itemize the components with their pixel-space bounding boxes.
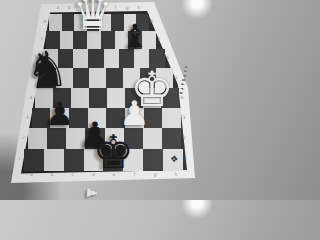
square-a7 (46, 31, 60, 50)
square-g1 (143, 149, 163, 171)
square-h3 (162, 108, 181, 129)
square-f6 (119, 49, 134, 69)
rank-label-right-7: 7 (157, 38, 160, 43)
square-f1 (123, 149, 143, 171)
rank-label-left-4: 4 (29, 96, 32, 101)
square-g6 (134, 49, 149, 69)
square-h4 (161, 88, 179, 109)
file-label-top-e: e (103, 6, 106, 11)
square-h8 (136, 14, 148, 32)
file-label-top-c: c (80, 6, 82, 11)
rank-label-right-2: 2 (183, 136, 186, 141)
rank-row-5 (39, 68, 173, 89)
file-label-top-h: h (137, 6, 140, 11)
square-b7 (60, 31, 74, 50)
square-c1 (64, 149, 84, 171)
file-label-bottom-d: d (92, 173, 95, 178)
square-d8 (87, 14, 99, 32)
square-a5 (39, 68, 56, 89)
square-d1 (84, 149, 104, 171)
square-g5 (140, 68, 157, 89)
rank-label-left-8: 8 (43, 20, 46, 25)
square-d6 (88, 49, 103, 69)
square-b4 (53, 88, 71, 109)
rank-row-3 (32, 108, 181, 129)
square-e7 (101, 31, 115, 50)
square-e4 (107, 88, 125, 109)
square-b5 (56, 68, 73, 89)
square-f8 (111, 14, 123, 32)
file-label-bottom-h: h (174, 173, 177, 178)
square-h2 (162, 128, 181, 150)
square-g4 (143, 88, 161, 109)
file-label-bottom-b: b (51, 173, 54, 178)
file-label-top-d: d (91, 6, 94, 11)
square-b2 (47, 128, 66, 150)
file-label-top-a: a (57, 6, 60, 11)
rank-label-right-6: 6 (166, 56, 169, 61)
square-e3 (106, 108, 125, 129)
rank-label-right-1: 1 (184, 157, 187, 162)
square-a6 (43, 49, 58, 69)
square-f2 (124, 128, 143, 150)
rank-label-left-3: 3 (26, 116, 29, 121)
square-g2 (143, 128, 162, 150)
rank-label-right-5: 5 (175, 76, 178, 81)
file-label-bottom-g: g (154, 173, 157, 178)
square-g7 (128, 31, 142, 50)
square-b3 (50, 108, 69, 129)
brand-emblem-icon: ❖ (169, 154, 178, 164)
square-e2 (105, 128, 124, 150)
rank-label-left-5: 5 (33, 76, 36, 81)
rank-row-8 (49, 14, 148, 32)
square-c6 (73, 49, 88, 69)
file-label-bottom-e: e (113, 173, 116, 178)
square-e6 (104, 49, 119, 69)
rank-row-1 (24, 149, 183, 171)
file-label-bottom-c: c (71, 173, 73, 178)
square-h5 (156, 68, 173, 89)
square-a3 (32, 108, 51, 129)
rank-row-2 (28, 128, 181, 150)
square-d3 (88, 108, 107, 129)
square-e1 (103, 149, 123, 171)
square-b6 (58, 49, 73, 69)
rank-row-6 (43, 49, 165, 69)
square-a8 (49, 14, 61, 32)
file-label-top-b: b (68, 6, 71, 11)
square-a4 (35, 88, 53, 109)
square-b8 (62, 14, 74, 32)
square-a2 (28, 128, 47, 150)
square-d7 (87, 31, 101, 50)
rank-label-left-2: 2 (22, 136, 25, 141)
square-g3 (144, 108, 163, 129)
rank-row-7 (46, 31, 156, 50)
file-label-bottom-a: a (30, 173, 33, 178)
square-c5 (73, 68, 90, 89)
square-f4 (125, 88, 143, 109)
offboard-white-pawn: ♟ (84, 186, 99, 200)
square-e8 (99, 14, 111, 32)
square-d2 (85, 128, 104, 150)
rank-label-left-1: 1 (18, 157, 21, 162)
square-h7 (142, 31, 156, 50)
square-g8 (124, 14, 136, 32)
square-f3 (125, 108, 144, 129)
square-f7 (115, 31, 129, 50)
square-a1 (24, 149, 44, 171)
square-c3 (69, 108, 88, 129)
square-f5 (123, 68, 140, 89)
file-label-bottom-f: f (134, 173, 136, 178)
square-e5 (106, 68, 123, 89)
square-h6 (149, 49, 164, 69)
chess-board (0, 0, 200, 200)
file-label-top-g: g (126, 6, 129, 11)
rank-label-right-4: 4 (180, 96, 183, 101)
square-c2 (66, 128, 85, 150)
square-c8 (74, 14, 86, 32)
rank-label-left-7: 7 (40, 38, 43, 43)
square-c7 (73, 31, 87, 50)
square-c4 (71, 88, 89, 109)
rank-label-right-3: 3 (183, 116, 186, 121)
rank-label-left-6: 6 (37, 56, 40, 61)
file-label-top-f: f (115, 6, 117, 11)
square-d4 (89, 88, 107, 109)
rank-row-4 (35, 88, 178, 109)
square-d5 (89, 68, 106, 89)
square-b1 (44, 149, 64, 171)
rank-label-right-8: 8 (150, 20, 153, 25)
